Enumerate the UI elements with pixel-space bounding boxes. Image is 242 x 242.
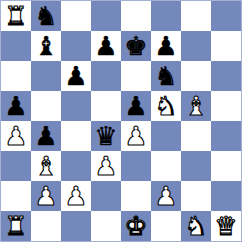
black-pawn-piece[interactable]: ♟ (124, 91, 147, 121)
square-f8[interactable] (151, 1, 181, 31)
square-a4[interactable]: ♟ (1, 121, 31, 151)
white-bishop-piece[interactable]: ♝ (184, 91, 207, 121)
square-f6[interactable]: ♞ (151, 61, 181, 91)
white-king-piece[interactable]: ♚ (124, 211, 147, 241)
square-b3[interactable]: ♝ (31, 151, 61, 181)
white-pawn-piece[interactable]: ♟ (34, 181, 57, 211)
square-h8[interactable] (211, 1, 241, 31)
square-b6[interactable] (31, 61, 61, 91)
square-d3[interactable]: ♟ (91, 151, 121, 181)
square-f4[interactable] (151, 121, 181, 151)
square-a2[interactable] (1, 181, 31, 211)
white-pawn-piece[interactable]: ♟ (154, 181, 177, 211)
black-pawn-piece[interactable]: ♟ (94, 31, 117, 61)
square-h3[interactable] (211, 151, 241, 181)
square-e8[interactable] (121, 1, 151, 31)
square-b4[interactable]: ♟ (31, 121, 61, 151)
square-d1[interactable] (91, 211, 121, 241)
square-c5[interactable] (61, 91, 91, 121)
square-d6[interactable] (91, 61, 121, 91)
square-e7[interactable]: ♚ (121, 31, 151, 61)
white-knight-piece[interactable]: ♞ (184, 211, 207, 241)
black-king-piece[interactable]: ♚ (124, 31, 147, 61)
square-e3[interactable] (121, 151, 151, 181)
square-g1[interactable]: ♞ (181, 211, 211, 241)
white-pawn-piece[interactable]: ♟ (94, 151, 117, 181)
square-c7[interactable] (61, 31, 91, 61)
white-knight-piece[interactable]: ♞ (154, 91, 177, 121)
square-c3[interactable] (61, 151, 91, 181)
black-queen-piece[interactable]: ♛ (94, 121, 117, 151)
white-pawn-piece[interactable]: ♟ (4, 121, 27, 151)
square-d2[interactable] (91, 181, 121, 211)
square-h7[interactable] (211, 31, 241, 61)
white-bishop-piece[interactable]: ♝ (34, 151, 57, 181)
square-d8[interactable] (91, 1, 121, 31)
square-g2[interactable] (181, 181, 211, 211)
black-knight-piece[interactable]: ♞ (34, 1, 57, 31)
white-pawn-piece[interactable]: ♟ (64, 181, 87, 211)
square-a7[interactable] (1, 31, 31, 61)
square-h1[interactable]: ♛ (211, 211, 241, 241)
square-f5[interactable]: ♞ (151, 91, 181, 121)
square-c8[interactable] (61, 1, 91, 31)
square-g4[interactable] (181, 121, 211, 151)
square-a3[interactable] (1, 151, 31, 181)
square-b5[interactable] (31, 91, 61, 121)
square-e4[interactable]: ♟ (121, 121, 151, 151)
square-e1[interactable]: ♚ (121, 211, 151, 241)
square-a6[interactable] (1, 61, 31, 91)
square-g3[interactable] (181, 151, 211, 181)
square-d4[interactable]: ♛ (91, 121, 121, 151)
square-g7[interactable] (181, 31, 211, 61)
square-c2[interactable]: ♟ (61, 181, 91, 211)
square-d5[interactable] (91, 91, 121, 121)
square-f2[interactable]: ♟ (151, 181, 181, 211)
white-pawn-piece[interactable]: ♟ (124, 121, 147, 151)
white-queen-piece[interactable]: ♛ (214, 211, 237, 241)
square-a5[interactable]: ♟ (1, 91, 31, 121)
square-a8[interactable]: ♜ (1, 1, 31, 31)
black-bishop-piece[interactable]: ♝ (34, 31, 57, 61)
square-e5[interactable]: ♟ (121, 91, 151, 121)
square-b1[interactable] (31, 211, 61, 241)
square-f3[interactable] (151, 151, 181, 181)
square-e6[interactable] (121, 61, 151, 91)
square-g6[interactable] (181, 61, 211, 91)
square-g5[interactable]: ♝ (181, 91, 211, 121)
black-knight-piece[interactable]: ♞ (154, 61, 177, 91)
square-h5[interactable] (211, 91, 241, 121)
square-b7[interactable]: ♝ (31, 31, 61, 61)
black-pawn-piece[interactable]: ♟ (34, 121, 57, 151)
square-h4[interactable] (211, 121, 241, 151)
square-b2[interactable]: ♟ (31, 181, 61, 211)
chess-board: ♜♞♝♟♚♟♟♞♟♟♞♝♟♟♛♟♝♟♟♟♟♜♚♞♛ (0, 0, 242, 242)
square-c6[interactable]: ♟ (61, 61, 91, 91)
square-e2[interactable] (121, 181, 151, 211)
square-b8[interactable]: ♞ (31, 1, 61, 31)
white-rook-piece[interactable]: ♜ (4, 1, 27, 31)
square-h6[interactable] (211, 61, 241, 91)
black-pawn-piece[interactable]: ♟ (154, 31, 177, 61)
square-c1[interactable] (61, 211, 91, 241)
square-a1[interactable]: ♜ (1, 211, 31, 241)
white-rook-piece[interactable]: ♜ (4, 211, 27, 241)
square-f1[interactable] (151, 211, 181, 241)
black-pawn-piece[interactable]: ♟ (64, 61, 87, 91)
square-d7[interactable]: ♟ (91, 31, 121, 61)
square-h2[interactable] (211, 181, 241, 211)
black-pawn-piece[interactable]: ♟ (4, 91, 27, 121)
square-g8[interactable] (181, 1, 211, 31)
square-c4[interactable] (61, 121, 91, 151)
square-f7[interactable]: ♟ (151, 31, 181, 61)
